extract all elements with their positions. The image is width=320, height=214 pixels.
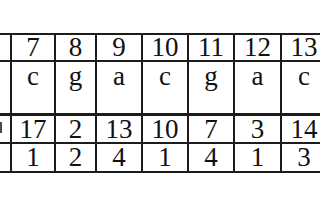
- cell-r3-c2: 2: [56, 144, 97, 171]
- cell-r0-c1: 7: [12, 35, 56, 62]
- cell-r1-c3: a: [97, 62, 143, 116]
- cell-r1-c5: g: [189, 62, 235, 116]
- cell-r2-c3: 13: [97, 116, 143, 144]
- cell-r0-c6: 12: [235, 35, 282, 62]
- table-grid: 78910111213cgacgac172131073141241413: [0, 35, 320, 171]
- cell-r1-c7: c: [282, 62, 320, 116]
- cell-r0-c3: 9: [97, 35, 143, 62]
- cell-r0-c5: 11: [189, 35, 235, 62]
- cell-r2-c5: 7: [189, 116, 235, 144]
- cell-r0-c0: [0, 35, 12, 62]
- cell-r3-c5: 4: [189, 144, 235, 171]
- cell-r2-c2: 2: [56, 116, 97, 144]
- cell-r3-c3: 4: [97, 144, 143, 171]
- cell-r2-c6: 3: [235, 116, 282, 144]
- cell-r3-c6: 1: [235, 144, 282, 171]
- data-table: 78910111213cgacgac172131073141241413: [0, 33, 320, 173]
- cell-r3-c4: 1: [143, 144, 189, 171]
- cell-r0-c4: 10: [143, 35, 189, 62]
- cell-r0-c2: 8: [56, 35, 97, 62]
- cell-r1-c6: a: [235, 62, 282, 116]
- cell-r2-c0: [0, 116, 12, 144]
- cell-r3-c7: 3: [282, 144, 320, 171]
- cell-r1-c1: c: [12, 62, 56, 116]
- cell-r3-c0: [0, 144, 12, 171]
- cell-r1-c2: g: [56, 62, 97, 116]
- cell-r0-c7: 13: [282, 35, 320, 62]
- cell-r2-c7: 14: [282, 116, 320, 144]
- worksheet-image-canvas: 78910111213cgacgac172131073141241413: [0, 0, 320, 214]
- cell-r1-c4: c: [143, 62, 189, 116]
- cell-r2-c4: 10: [143, 116, 189, 144]
- cell-r2-c1: 17: [12, 116, 56, 144]
- cell-r1-c0: [0, 62, 12, 116]
- cell-r3-c1: 1: [12, 144, 56, 171]
